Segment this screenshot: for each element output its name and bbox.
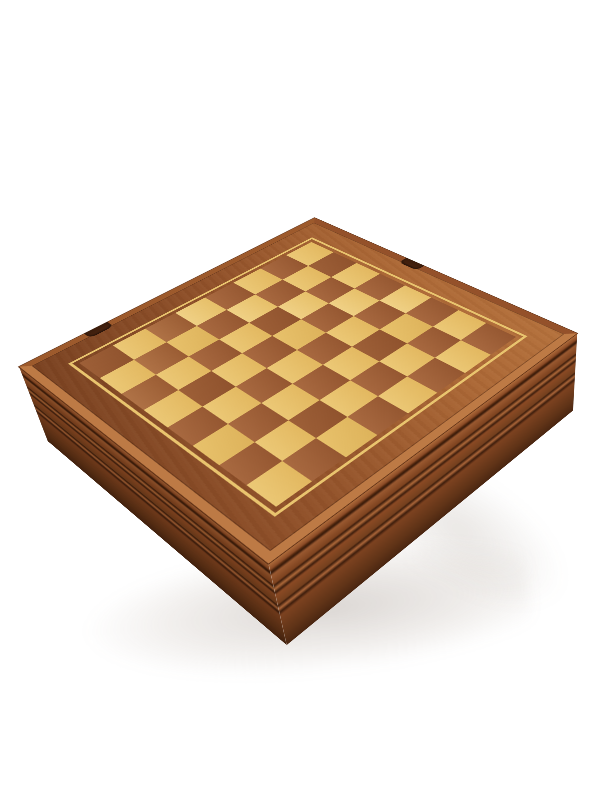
board-square <box>178 371 235 406</box>
board-square <box>348 396 408 435</box>
board-square <box>228 403 288 442</box>
board-square <box>254 420 316 461</box>
board-square <box>435 340 491 373</box>
board-square <box>350 361 407 396</box>
board-square <box>319 380 378 417</box>
board-square <box>155 357 211 391</box>
board-square <box>267 350 323 384</box>
board-square <box>282 439 345 482</box>
board-square <box>323 347 379 380</box>
board-square <box>100 360 156 394</box>
board-square <box>211 353 267 387</box>
board-square <box>293 365 350 400</box>
board-square <box>288 400 348 439</box>
board-square <box>219 442 282 485</box>
board-square <box>168 407 228 446</box>
board-square <box>202 387 261 424</box>
board-square <box>144 390 202 427</box>
board-square <box>378 377 437 414</box>
board-square <box>193 424 255 465</box>
board-square <box>316 417 378 458</box>
board-square <box>121 375 178 410</box>
board-square <box>261 384 320 421</box>
board-square <box>247 461 312 506</box>
board-square <box>379 343 435 376</box>
product-photo-background <box>0 0 600 800</box>
board-square <box>235 368 292 403</box>
board-square <box>407 358 464 393</box>
